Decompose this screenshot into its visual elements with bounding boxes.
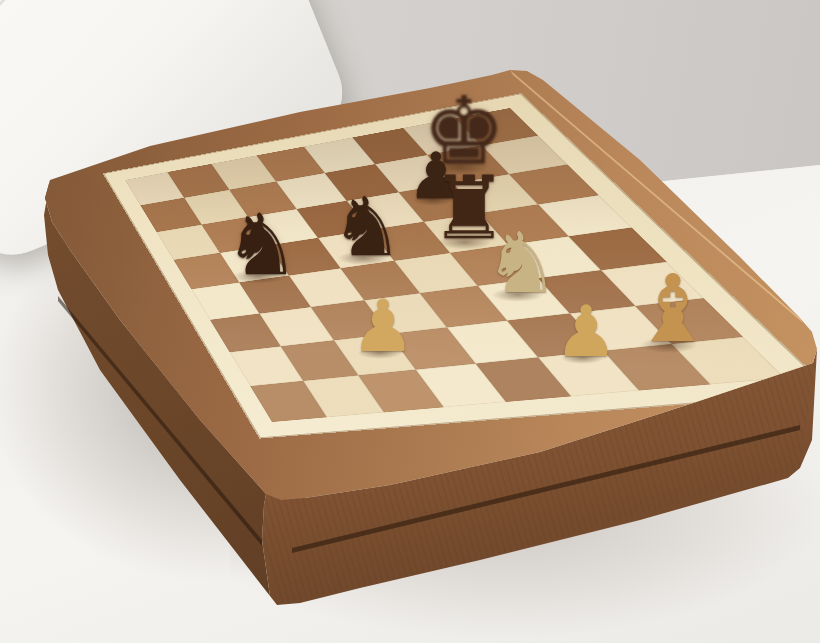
- piece-black-knight-d5: ♞: [331, 187, 404, 268]
- piece-white-pawn-h3: ♟: [554, 296, 618, 367]
- piece-white-pawn-g6: ♟: [351, 290, 416, 362]
- piece-white-knight-f3: ♞: [484, 221, 559, 305]
- photo-scene: ♚♟♜♞♞♞♟♟♝: [0, 0, 820, 643]
- piece-black-knight-d7: ♞: [224, 202, 300, 287]
- piece-white-bishop-h2: ♝: [631, 263, 714, 356]
- cushion-crease: [0, 0, 76, 93]
